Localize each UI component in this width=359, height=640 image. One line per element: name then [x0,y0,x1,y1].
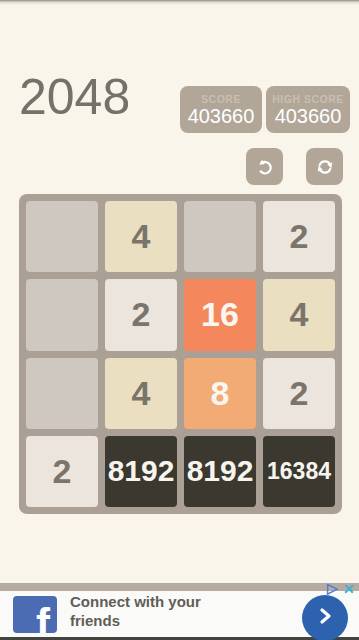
tile-r1c3 [184,201,256,272]
tile-r1c4: 2 [263,201,335,272]
app-screen: 2048 SCORE 403660 HIGH SCORE 403660 [0,0,359,640]
tile-r1c1 [26,201,98,272]
tile-r1c2: 4 [105,201,177,272]
status-bar-shadow [0,0,359,5]
app-title: 2048 [19,72,130,122]
tile-r4c3: 8192 [184,436,256,507]
adchoices-icon[interactable]: ▷ [327,580,338,596]
ad-headline-line1: Connect with your [70,592,201,611]
tile-r2c2: 2 [105,279,177,350]
ad-headline-line2: friends [70,611,201,630]
score-value: 403660 [188,105,255,127]
undo-button[interactable] [246,148,283,185]
high-score-box: HIGH SCORE 403660 [266,86,350,133]
high-score-value: 403660 [275,105,342,127]
ad-top-strip [0,583,359,591]
game-board[interactable]: 4 2 2 16 4 4 8 2 2 8192 8192 16384 [19,194,342,514]
tile-r4c2: 8192 [105,436,177,507]
score-box: SCORE 403660 [180,86,262,133]
tile-r2c1 [26,279,98,350]
facebook-logo-icon[interactable]: f [13,596,57,633]
tile-r3c3: 8 [184,358,256,429]
ad-headline[interactable]: Connect with your friends [70,592,201,630]
tile-r2c4: 4 [263,279,335,350]
restart-button[interactable] [306,148,343,185]
high-score-label: HIGH SCORE [272,93,344,105]
tile-r3c1 [26,358,98,429]
undo-icon [253,155,277,179]
tile-r4c1: 2 [26,436,98,507]
tile-r3c4: 2 [263,358,335,429]
ad-cta-button[interactable] [302,595,348,640]
chevron-right-icon [315,606,335,630]
ad-close-icon[interactable]: ✕ [343,581,355,597]
refresh-icon [313,155,337,179]
facebook-f-letter: f [36,603,50,633]
tile-r2c3: 16 [184,279,256,350]
tile-r4c4: 16384 [263,436,335,507]
score-label: SCORE [201,93,241,105]
tile-r3c2: 4 [105,358,177,429]
